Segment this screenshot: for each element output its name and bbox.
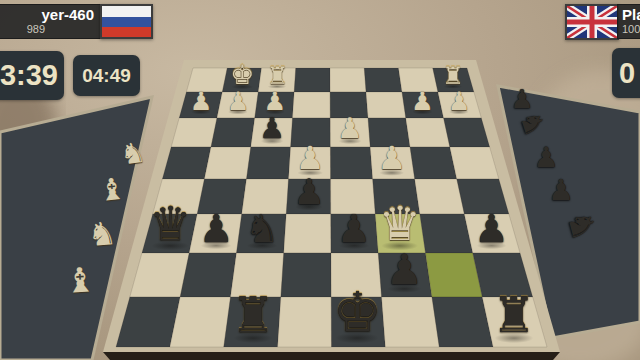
black-pawn-g6[interactable]: ♟ [199,209,234,248]
square-c8[interactable] [382,297,440,347]
black-rook-f8[interactable]: ♜ [231,291,275,340]
black-pawn-a6[interactable]: ♟ [474,209,509,248]
black-king-d8[interactable]: ♚ [333,285,382,340]
square-g4[interactable] [204,147,250,179]
captured-white-knight: ♞ [86,217,117,251]
captured-black-pawn: ♟ [533,144,558,172]
white-pawn-d3[interactable]: ♟ [337,114,363,143]
square-b5[interactable] [415,179,465,214]
square-e7[interactable] [281,253,331,297]
square-h4[interactable] [162,147,211,179]
white-pawn-g2[interactable]: ♟ [227,89,250,114]
black-pawn-d6[interactable]: ♟ [337,209,372,248]
black-pawn-e5[interactable]: ♟ [293,174,325,209]
russia-flag [100,4,153,39]
captured-white-knight: ♞ [119,138,148,169]
white-pawn-b2[interactable]: ♟ [411,89,434,114]
square-g7[interactable] [180,253,236,297]
white-pawn-h2[interactable]: ♟ [190,89,213,114]
square-f4[interactable] [246,147,290,179]
white-pawn-c4[interactable]: ♟ [378,143,407,175]
white-rook-a1[interactable]: ♜ [442,65,463,89]
square-e1[interactable] [294,68,330,92]
square-b4[interactable] [410,147,457,179]
white-rook-f1[interactable]: ♜ [267,65,288,89]
left-player-rating: 989 [0,23,100,36]
uk-flag [565,4,619,40]
captured-white-bishop: ♝ [64,262,97,298]
square-g3[interactable] [211,118,255,147]
white-pawn-a2[interactable]: ♟ [448,89,471,114]
right-player-panel: Pla 1000 [617,4,640,39]
black-pawn-c7[interactable]: ♟ [386,249,423,291]
square-h3[interactable] [171,118,217,147]
square-e2[interactable] [293,92,331,118]
white-queen-c6[interactable]: ♛ [379,201,421,248]
board-front-edge [103,352,560,360]
left-player-name: yer-460 [0,5,100,23]
right-player-rating: 1000 [618,23,640,36]
square-a3[interactable] [444,118,490,147]
game-screen: ♜♜♚♟♟♟♟♟♟♟♟♟♟♟♛♟♞♟♛♟♜♚♜♞♝♞♝♟♞♟♟♞ yer-460… [0,0,640,360]
captured-black-pawn: ♟ [548,176,574,205]
square-e8[interactable] [278,297,332,347]
captured-black-pawn: ♟ [510,86,533,112]
black-queen-h6[interactable]: ♛ [149,201,191,248]
square-b6[interactable] [420,214,473,253]
square-b7[interactable] [426,253,483,297]
square-d4[interactable] [330,147,372,179]
left-player-panel: yer-460 989 [0,4,101,39]
right-player-name: Pla [618,5,640,23]
left-main-timer: 3:39 [0,51,64,100]
black-pawn-f3[interactable]: ♟ [259,114,285,143]
square-g8[interactable] [170,297,231,347]
white-king-g1[interactable]: ♚ [230,62,254,89]
square-e6[interactable] [284,214,331,253]
black-knight-f6[interactable]: ♞ [245,209,280,248]
square-b3[interactable] [406,118,450,147]
right-main-timer: 0 [612,48,640,98]
captured-white-bishop: ♝ [97,174,127,207]
square-c2[interactable] [366,92,406,118]
square-d1[interactable] [330,68,366,92]
square-c1[interactable] [364,68,402,92]
black-rook-a8[interactable]: ♜ [492,291,536,340]
white-pawn-e4[interactable]: ♟ [296,143,325,175]
left-secondary-timer: 04:49 [73,55,140,96]
